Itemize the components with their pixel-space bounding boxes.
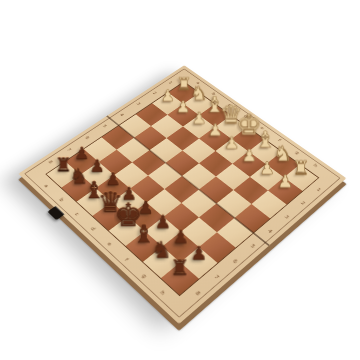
chess-board[interactable]: ♜♞♝♛♚♝♞♜♟♟♟♟♟♟♟♟♟♟♟♟♟♟♟♟♜♞♝♛♚♝♞♜aabbccdd… xyxy=(18,65,346,324)
coord-rank-left-5: 5 xyxy=(99,122,110,131)
coord-rank-right-2: 2 xyxy=(296,198,309,208)
coord-rank-right-7: 7 xyxy=(209,271,223,283)
coord-rank-left-3: 3 xyxy=(133,100,144,108)
coord-rank-left-4: 4 xyxy=(116,111,127,119)
board-3d-wrapper: ♜♞♝♛♚♝♞♜♟♟♟♟♟♟♟♟♟♟♟♟♟♟♟♟♜♞♝♛♚♝♞♜aabbccdd… xyxy=(18,65,346,324)
coord-rank-right-6: 6 xyxy=(228,256,242,268)
piece-white-pawn-h2[interactable]: ♟ xyxy=(273,173,297,190)
piece-black-rook-h8[interactable]: ♜ xyxy=(167,257,194,278)
coord-rank-right-1: 1 xyxy=(312,185,325,195)
coord-rank-right-4: 4 xyxy=(263,226,276,237)
coord-rank-right-5: 5 xyxy=(246,241,260,252)
coord-rank-right-3: 3 xyxy=(280,212,293,223)
chess-set-photo: ♜♞♝♛♚♝♞♜♟♟♟♟♟♟♟♟♟♟♟♟♟♟♟♟♜♞♝♛♚♝♞♜aabbccdd… xyxy=(0,0,360,360)
coord-rank-right-8: 8 xyxy=(190,288,204,300)
coord-rank-left-6: 6 xyxy=(81,134,92,143)
